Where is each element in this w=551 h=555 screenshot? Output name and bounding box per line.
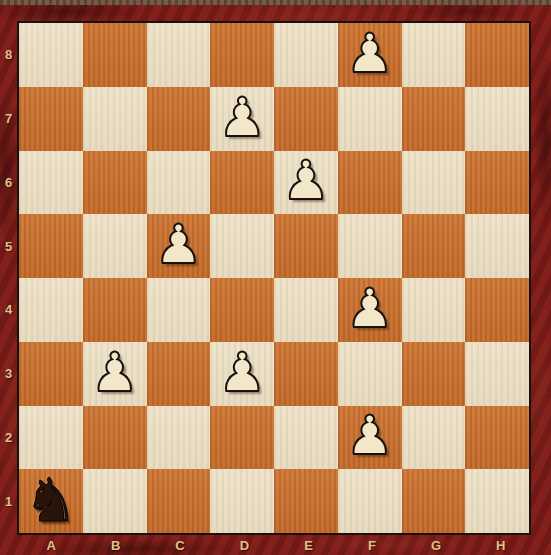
square-e5[interactable] xyxy=(274,214,338,278)
white-pawn-e6[interactable]: ♟ xyxy=(282,154,330,208)
white-pawn-c5[interactable]: ♟ xyxy=(154,218,202,272)
white-pawn-d3[interactable]: ♟ xyxy=(218,346,266,400)
file-label-g: G xyxy=(403,535,468,555)
square-b3[interactable]: ♟ xyxy=(83,342,147,406)
square-d8[interactable] xyxy=(210,23,274,87)
square-h6[interactable] xyxy=(465,151,529,215)
square-a7[interactable] xyxy=(19,87,83,151)
chess-app-screen: 87654321 ♟♟♟♟♟♟♟♟♞ ABCDEFGH xyxy=(0,0,551,555)
file-label-e: E xyxy=(277,535,341,555)
square-d1[interactable] xyxy=(210,469,274,533)
square-e7[interactable] xyxy=(274,87,338,151)
square-a8[interactable] xyxy=(19,23,83,87)
square-g8[interactable] xyxy=(402,23,466,87)
square-c1[interactable] xyxy=(147,469,211,533)
square-f1[interactable] xyxy=(338,469,402,533)
file-label-a: A xyxy=(19,535,83,555)
square-f2[interactable]: ♟ xyxy=(338,406,402,470)
square-h1[interactable] xyxy=(465,469,529,533)
square-d5[interactable] xyxy=(210,214,274,278)
square-a4[interactable] xyxy=(19,278,83,342)
square-c5[interactable]: ♟ xyxy=(147,214,211,278)
file-label-c: C xyxy=(148,535,212,555)
square-d2[interactable] xyxy=(210,406,274,470)
square-f5[interactable] xyxy=(338,214,402,278)
square-h7[interactable] xyxy=(465,87,529,151)
square-h8[interactable] xyxy=(465,23,529,87)
rank-label-7: 7 xyxy=(0,87,17,151)
square-b1[interactable] xyxy=(83,469,147,533)
square-c8[interactable] xyxy=(147,23,211,87)
square-c4[interactable] xyxy=(147,278,211,342)
square-b5[interactable] xyxy=(83,214,147,278)
square-g4[interactable] xyxy=(402,278,466,342)
square-a2[interactable] xyxy=(19,406,83,470)
square-e6[interactable]: ♟ xyxy=(274,151,338,215)
square-c7[interactable] xyxy=(147,87,211,151)
file-label-h: H xyxy=(469,535,533,555)
square-b2[interactable] xyxy=(83,406,147,470)
square-f8[interactable]: ♟ xyxy=(338,23,402,87)
rank-label-6: 6 xyxy=(0,151,17,215)
square-a3[interactable] xyxy=(19,342,83,406)
square-d4[interactable] xyxy=(210,278,274,342)
rank-labels: 87654321 xyxy=(0,23,17,533)
square-b8[interactable] xyxy=(83,23,147,87)
rank-label-5: 5 xyxy=(0,214,17,278)
square-d3[interactable]: ♟ xyxy=(210,342,274,406)
square-e3[interactable] xyxy=(274,342,338,406)
square-g5[interactable] xyxy=(402,214,466,278)
square-b6[interactable] xyxy=(83,151,147,215)
rank-label-4: 4 xyxy=(0,278,17,342)
square-h5[interactable] xyxy=(465,214,529,278)
square-a1[interactable]: ♞ xyxy=(19,469,83,533)
white-pawn-d7[interactable]: ♟ xyxy=(218,91,266,145)
square-f7[interactable] xyxy=(338,87,402,151)
square-h4[interactable] xyxy=(465,278,529,342)
square-d6[interactable] xyxy=(210,151,274,215)
square-g3[interactable] xyxy=(402,342,466,406)
rank-label-3: 3 xyxy=(0,342,17,406)
black-knight-a1[interactable]: ♞ xyxy=(24,470,78,530)
white-pawn-b3[interactable]: ♟ xyxy=(90,346,138,400)
square-g1[interactable] xyxy=(402,469,466,533)
square-g7[interactable] xyxy=(402,87,466,151)
square-c3[interactable] xyxy=(147,342,211,406)
square-a6[interactable] xyxy=(19,151,83,215)
square-g6[interactable] xyxy=(402,151,466,215)
file-label-d: D xyxy=(212,535,276,555)
frame-top-edge xyxy=(0,0,551,5)
file-labels: ABCDEFGH xyxy=(19,535,533,555)
square-h3[interactable] xyxy=(465,342,529,406)
chess-board: ♟♟♟♟♟♟♟♟♞ xyxy=(19,23,529,533)
square-b7[interactable] xyxy=(83,87,147,151)
square-f6[interactable] xyxy=(338,151,402,215)
file-label-f: F xyxy=(340,535,403,555)
white-pawn-f4[interactable]: ♟ xyxy=(345,282,393,336)
square-b4[interactable] xyxy=(83,278,147,342)
square-f3[interactable] xyxy=(338,342,402,406)
square-e1[interactable] xyxy=(274,469,338,533)
square-g2[interactable] xyxy=(402,406,466,470)
rank-label-2: 2 xyxy=(0,406,17,470)
square-e2[interactable] xyxy=(274,406,338,470)
square-c2[interactable] xyxy=(147,406,211,470)
board-border: ♟♟♟♟♟♟♟♟♞ xyxy=(17,21,531,535)
white-pawn-f8[interactable]: ♟ xyxy=(345,27,393,81)
rank-label-1: 1 xyxy=(0,469,17,533)
square-f4[interactable]: ♟ xyxy=(338,278,402,342)
square-c6[interactable] xyxy=(147,151,211,215)
file-label-b: B xyxy=(83,535,147,555)
white-pawn-f2[interactable]: ♟ xyxy=(345,409,393,463)
square-a5[interactable] xyxy=(19,214,83,278)
square-h2[interactable] xyxy=(465,406,529,470)
square-d7[interactable]: ♟ xyxy=(210,87,274,151)
square-e8[interactable] xyxy=(274,23,338,87)
square-e4[interactable] xyxy=(274,278,338,342)
rank-label-8: 8 xyxy=(0,23,17,87)
